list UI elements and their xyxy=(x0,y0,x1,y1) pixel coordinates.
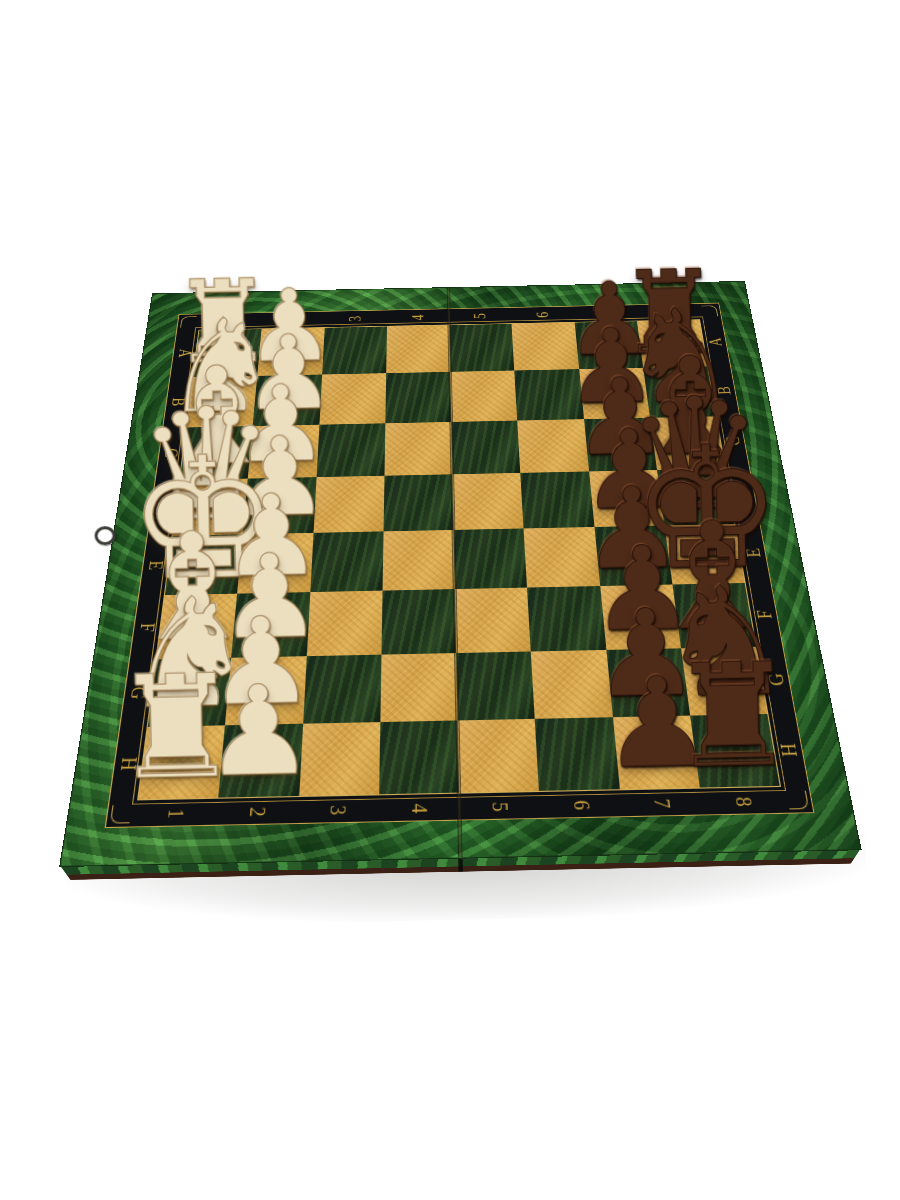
coord-top-7: 7 xyxy=(594,305,617,321)
coord-right-a: A xyxy=(703,334,728,350)
coord-top-3: 3 xyxy=(345,311,367,327)
square-g5 xyxy=(456,651,535,720)
square-f1 xyxy=(157,594,238,659)
coord-top-4: 4 xyxy=(407,309,428,325)
square-g3 xyxy=(303,654,382,723)
square-e5 xyxy=(454,528,528,589)
coord-right-c: C xyxy=(720,432,746,450)
coord-left-d: D xyxy=(150,498,176,518)
chess-set-photo: 1122334455667788AABBCCDDEEFFGGHH ♜♟♟♜♞♟♟… xyxy=(0,0,900,1200)
scene: 1122334455667788AABBCCDDEEFFGGHH ♜♟♟♜♞♟♟… xyxy=(0,0,900,1200)
square-a4 xyxy=(386,325,450,373)
corner-ornament xyxy=(180,316,197,327)
square-f2 xyxy=(231,592,309,657)
square-g1 xyxy=(148,657,232,726)
square-g2 xyxy=(225,656,306,725)
square-e3 xyxy=(310,531,383,592)
square-c4 xyxy=(384,422,452,476)
square-f6 xyxy=(527,586,606,651)
square-a5 xyxy=(449,324,514,372)
square-f4 xyxy=(381,589,456,654)
square-f5 xyxy=(455,588,531,653)
square-g7 xyxy=(606,648,690,717)
coord-top-2: 2 xyxy=(282,312,304,328)
square-e6 xyxy=(524,527,600,588)
square-e7 xyxy=(594,525,672,586)
square-g4 xyxy=(380,653,457,722)
square-f7 xyxy=(600,585,681,650)
coord-right-d: D xyxy=(729,486,756,505)
square-h7 xyxy=(612,715,699,789)
coord-left-b: B xyxy=(165,393,190,410)
square-f8 xyxy=(672,583,755,648)
square-c5 xyxy=(451,420,520,474)
coord-top-6: 6 xyxy=(531,307,553,323)
corner-ornament xyxy=(701,305,718,316)
square-h6 xyxy=(535,717,619,791)
square-e1 xyxy=(165,534,243,595)
coord-top-8: 8 xyxy=(656,304,680,320)
square-a3 xyxy=(322,326,387,374)
square-g8 xyxy=(681,646,768,715)
chess-board: 1122334455667788AABBCCDDEEFFGGHH xyxy=(60,282,860,866)
square-e2 xyxy=(237,533,313,594)
square-e4 xyxy=(382,530,454,591)
square-c3 xyxy=(316,423,385,477)
square-c6 xyxy=(517,419,588,473)
square-e8 xyxy=(664,524,744,585)
square-g6 xyxy=(531,649,612,718)
square-f3 xyxy=(306,591,382,656)
square-a6 xyxy=(512,323,579,371)
corner-ornament xyxy=(110,805,132,824)
square-d4 xyxy=(383,474,453,531)
coord-left-a: A xyxy=(172,345,196,361)
coord-right-b: B xyxy=(711,382,736,399)
fold-seam-front xyxy=(458,857,463,871)
corner-ornament xyxy=(786,791,809,810)
coord-top-5: 5 xyxy=(469,308,491,324)
coord-left-c: C xyxy=(158,444,183,462)
coord-top-1: 1 xyxy=(219,313,242,329)
